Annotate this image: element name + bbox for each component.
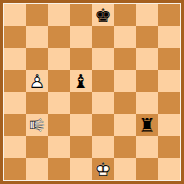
square-d2[interactable] xyxy=(70,136,92,158)
square-e3[interactable] xyxy=(92,114,114,136)
square-e5[interactable] xyxy=(92,70,114,92)
square-c1[interactable] xyxy=(48,158,70,180)
square-f6[interactable] xyxy=(114,48,136,70)
square-c7[interactable] xyxy=(48,26,70,48)
queen-outline-glyph: ♕ xyxy=(26,114,48,136)
square-d6[interactable] xyxy=(70,48,92,70)
square-f7[interactable] xyxy=(114,26,136,48)
white-pawn-piece[interactable]: ♟♙ xyxy=(26,70,48,92)
square-e1[interactable]: ♚♔ xyxy=(92,158,114,180)
square-g3[interactable]: ♜ xyxy=(136,114,158,136)
square-c2[interactable] xyxy=(48,136,70,158)
square-f8[interactable] xyxy=(114,4,136,26)
square-c3[interactable] xyxy=(48,114,70,136)
square-h3[interactable] xyxy=(158,114,180,136)
square-a5[interactable] xyxy=(4,70,26,92)
square-c4[interactable] xyxy=(48,92,70,114)
black-rook-piece[interactable]: ♜ xyxy=(136,114,158,136)
square-h5[interactable] xyxy=(158,70,180,92)
square-c5[interactable] xyxy=(48,70,70,92)
square-f2[interactable] xyxy=(114,136,136,158)
square-g6[interactable] xyxy=(136,48,158,70)
square-b5[interactable]: ♟♙ xyxy=(26,70,48,92)
black-king-piece[interactable]: ♚ xyxy=(92,4,114,26)
square-e4[interactable] xyxy=(92,92,114,114)
square-f4[interactable] xyxy=(114,92,136,114)
board-frame: ♚♟♙♝♛♕♜♚♔ xyxy=(0,0,184,184)
square-a6[interactable] xyxy=(4,48,26,70)
square-b7[interactable] xyxy=(26,26,48,48)
square-d7[interactable] xyxy=(70,26,92,48)
square-d5[interactable]: ♝ xyxy=(70,70,92,92)
square-a3[interactable] xyxy=(4,114,26,136)
square-g7[interactable] xyxy=(136,26,158,48)
square-f1[interactable] xyxy=(114,158,136,180)
square-a4[interactable] xyxy=(4,92,26,114)
pawn-outline-glyph: ♙ xyxy=(26,70,48,92)
black-bishop-piece[interactable]: ♝ xyxy=(70,70,92,92)
square-b6[interactable] xyxy=(26,48,48,70)
square-e2[interactable] xyxy=(92,136,114,158)
chess-board: ♚♟♙♝♛♕♜♚♔ xyxy=(4,4,180,180)
square-e8[interactable]: ♚ xyxy=(92,4,114,26)
square-d1[interactable] xyxy=(70,158,92,180)
white-king-piece[interactable]: ♚♔ xyxy=(92,158,114,180)
square-b3[interactable]: ♛♕ xyxy=(26,114,48,136)
square-g2[interactable] xyxy=(136,136,158,158)
square-g5[interactable] xyxy=(136,70,158,92)
square-a8[interactable] xyxy=(4,4,26,26)
square-b1[interactable] xyxy=(26,158,48,180)
board-inner-border: ♚♟♙♝♛♕♜♚♔ xyxy=(3,3,181,181)
square-g4[interactable] xyxy=(136,92,158,114)
square-f5[interactable] xyxy=(114,70,136,92)
square-b4[interactable] xyxy=(26,92,48,114)
square-h6[interactable] xyxy=(158,48,180,70)
square-d8[interactable] xyxy=(70,4,92,26)
square-e6[interactable] xyxy=(92,48,114,70)
square-a7[interactable] xyxy=(4,26,26,48)
square-a1[interactable] xyxy=(4,158,26,180)
square-h1[interactable] xyxy=(158,158,180,180)
square-h4[interactable] xyxy=(158,92,180,114)
square-b2[interactable] xyxy=(26,136,48,158)
square-b8[interactable] xyxy=(26,4,48,26)
square-d4[interactable] xyxy=(70,92,92,114)
square-e7[interactable] xyxy=(92,26,114,48)
square-a2[interactable] xyxy=(4,136,26,158)
square-c8[interactable] xyxy=(48,4,70,26)
square-g8[interactable] xyxy=(136,4,158,26)
square-h7[interactable] xyxy=(158,26,180,48)
square-d3[interactable] xyxy=(70,114,92,136)
king-outline-glyph: ♔ xyxy=(92,158,114,180)
white-queen-piece[interactable]: ♛♕ xyxy=(26,114,48,136)
square-f3[interactable] xyxy=(114,114,136,136)
square-c6[interactable] xyxy=(48,48,70,70)
square-g1[interactable] xyxy=(136,158,158,180)
square-h2[interactable] xyxy=(158,136,180,158)
square-h8[interactable] xyxy=(158,4,180,26)
